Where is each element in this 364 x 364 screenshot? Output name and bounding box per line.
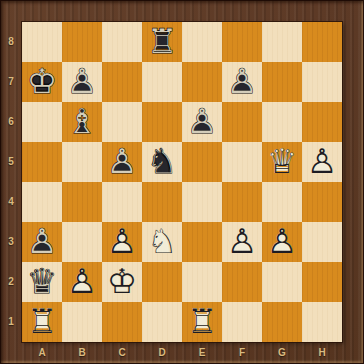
square-d1[interactable]	[142, 302, 182, 342]
white-pawn-piece: ♟♙	[262, 222, 302, 262]
black-pawn-piece: ♟♙	[222, 62, 262, 102]
square-h7[interactable]	[302, 62, 342, 102]
black-queen-piece: ♛♕	[22, 262, 62, 302]
file-label-d: D	[142, 347, 182, 359]
white-rook-piece: ♜♖	[22, 302, 62, 342]
file-label-a: A	[22, 347, 62, 359]
square-e1[interactable]: ♜♖	[182, 302, 222, 342]
white-pawn-piece: ♟♙	[222, 222, 262, 262]
rank-label-1: 1	[0, 316, 22, 328]
rank-label-7: 7	[0, 76, 22, 88]
file-label-f: F	[222, 347, 262, 359]
square-e6[interactable]: ♟♙	[182, 102, 222, 142]
black-pawn-piece: ♟♙	[182, 102, 222, 142]
square-e7[interactable]	[182, 62, 222, 102]
black-pawn-piece: ♟♙	[102, 142, 142, 182]
square-b6[interactable]: ♝♗	[62, 102, 102, 142]
square-f7[interactable]: ♟♙	[222, 62, 262, 102]
white-queen-piece: ♛♕	[262, 142, 302, 182]
square-f6[interactable]	[222, 102, 262, 142]
rank-label-5: 5	[0, 156, 22, 168]
white-rook-piece: ♜♖	[182, 302, 222, 342]
square-d6[interactable]	[142, 102, 182, 142]
square-e5[interactable]	[182, 142, 222, 182]
black-knight-piece: ♞♘	[142, 142, 182, 182]
rank-label-6: 6	[0, 116, 22, 128]
square-e3[interactable]	[182, 222, 222, 262]
square-b2[interactable]: ♟♙	[62, 262, 102, 302]
square-b7[interactable]: ♟♙	[62, 62, 102, 102]
square-h8[interactable]	[302, 22, 342, 62]
white-king-piece: ♚♔	[102, 262, 142, 302]
square-e8[interactable]	[182, 22, 222, 62]
square-a2[interactable]: ♛♕	[22, 262, 62, 302]
white-pawn-piece: ♟♙	[62, 262, 102, 302]
square-e4[interactable]	[182, 182, 222, 222]
square-a1[interactable]: ♜♖	[22, 302, 62, 342]
square-d5[interactable]: ♞♘	[142, 142, 182, 182]
rank-label-3: 3	[0, 236, 22, 248]
square-d2[interactable]	[142, 262, 182, 302]
square-b8[interactable]	[62, 22, 102, 62]
square-b4[interactable]	[62, 182, 102, 222]
square-c1[interactable]	[102, 302, 142, 342]
square-f3[interactable]: ♟♙	[222, 222, 262, 262]
black-pawn-piece: ♟♙	[22, 222, 62, 262]
square-d8[interactable]: ♜♖	[142, 22, 182, 62]
square-a4[interactable]	[22, 182, 62, 222]
square-c8[interactable]	[102, 22, 142, 62]
square-a5[interactable]	[22, 142, 62, 182]
square-b1[interactable]	[62, 302, 102, 342]
square-c5[interactable]: ♟♙	[102, 142, 142, 182]
square-g3[interactable]: ♟♙	[262, 222, 302, 262]
black-pawn-piece: ♟♙	[62, 62, 102, 102]
square-h1[interactable]	[302, 302, 342, 342]
square-g1[interactable]	[262, 302, 302, 342]
square-d7[interactable]	[142, 62, 182, 102]
rank-label-2: 2	[0, 276, 22, 288]
square-h3[interactable]	[302, 222, 342, 262]
file-label-h: H	[302, 347, 342, 359]
square-a3[interactable]: ♟♙	[22, 222, 62, 262]
white-pawn-piece: ♟♙	[102, 222, 142, 262]
rank-label-4: 4	[0, 196, 22, 208]
square-h4[interactable]	[302, 182, 342, 222]
square-e2[interactable]	[182, 262, 222, 302]
square-f2[interactable]	[222, 262, 262, 302]
square-c6[interactable]	[102, 102, 142, 142]
square-c3[interactable]: ♟♙	[102, 222, 142, 262]
file-label-e: E	[182, 347, 222, 359]
square-h5[interactable]: ♟♙	[302, 142, 342, 182]
black-rook-piece: ♜♖	[142, 22, 182, 62]
file-label-c: C	[102, 347, 142, 359]
square-g4[interactable]	[262, 182, 302, 222]
square-c2[interactable]: ♚♔	[102, 262, 142, 302]
square-f8[interactable]	[222, 22, 262, 62]
square-c4[interactable]	[102, 182, 142, 222]
white-knight-piece: ♞♘	[142, 222, 182, 262]
file-label-b: B	[62, 347, 102, 359]
square-f5[interactable]	[222, 142, 262, 182]
square-a6[interactable]	[22, 102, 62, 142]
square-h6[interactable]	[302, 102, 342, 142]
square-a8[interactable]	[22, 22, 62, 62]
square-a7[interactable]: ♚♔	[22, 62, 62, 102]
square-g6[interactable]	[262, 102, 302, 142]
black-king-piece: ♚♔	[22, 62, 62, 102]
chess-board: ♜♖♚♔♟♙♟♙♝♗♟♙♟♙♞♘♛♕♟♙♟♙♟♙♞♘♟♙♟♙♛♕♟♙♚♔♜♖♜♖	[22, 22, 342, 342]
square-h2[interactable]	[302, 262, 342, 302]
black-bishop-piece: ♝♗	[62, 102, 102, 142]
white-pawn-piece: ♟♙	[302, 142, 342, 182]
square-f1[interactable]	[222, 302, 262, 342]
square-g7[interactable]	[262, 62, 302, 102]
rank-label-8: 8	[0, 36, 22, 48]
square-g2[interactable]	[262, 262, 302, 302]
square-b3[interactable]	[62, 222, 102, 262]
square-g5[interactable]: ♛♕	[262, 142, 302, 182]
file-label-g: G	[262, 347, 302, 359]
square-b5[interactable]	[62, 142, 102, 182]
square-d4[interactable]	[142, 182, 182, 222]
square-c7[interactable]	[102, 62, 142, 102]
square-g8[interactable]	[262, 22, 302, 62]
square-f4[interactable]	[222, 182, 262, 222]
board-frame: ♜♖♚♔♟♙♟♙♝♗♟♙♟♙♞♘♛♕♟♙♟♙♟♙♞♘♟♙♟♙♛♕♟♙♚♔♜♖♜♖…	[0, 0, 364, 364]
square-d3[interactable]: ♞♘	[142, 222, 182, 262]
